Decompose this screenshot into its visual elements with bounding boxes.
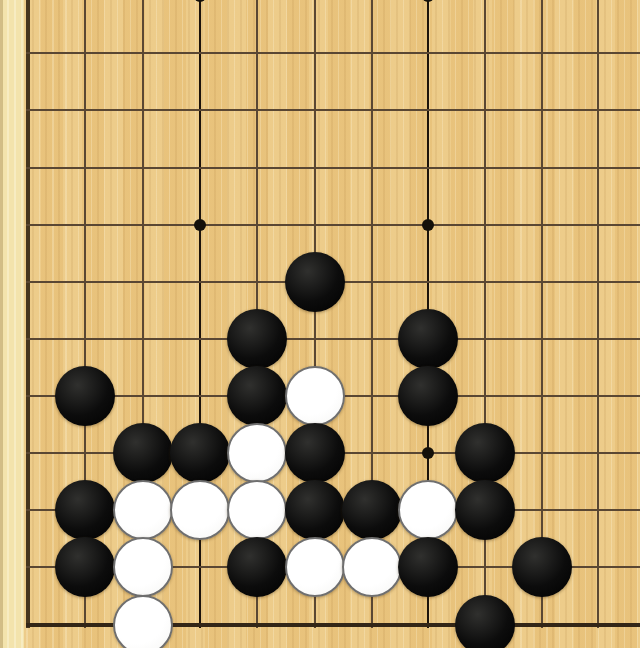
board-edge-line-left [26,0,30,628]
white-stone[interactable] [227,480,287,540]
black-stone[interactable] [398,309,458,369]
black-stone[interactable] [398,366,458,426]
grid-line-horizontal [26,167,640,169]
board-left-margin-edge [0,0,3,648]
black-stone[interactable] [55,537,115,597]
black-stone[interactable] [227,309,287,369]
black-stone[interactable] [512,537,572,597]
grid-line-horizontal [26,224,640,226]
star-point [422,447,434,459]
black-stone[interactable] [227,537,287,597]
black-stone[interactable] [455,423,515,483]
grid-line-horizontal [26,52,640,54]
black-stone[interactable] [285,423,345,483]
grid-line-horizontal [26,338,640,340]
white-stone[interactable] [113,480,173,540]
grid-line-vertical [541,0,543,628]
grid-line-vertical [597,0,599,628]
black-stone[interactable] [398,537,458,597]
screenshot [0,0,640,648]
white-stone[interactable] [285,366,345,426]
black-stone[interactable] [55,480,115,540]
go-board[interactable] [0,0,640,648]
white-stone[interactable] [170,480,230,540]
white-stone[interactable] [398,480,458,540]
black-stone[interactable] [55,366,115,426]
black-stone[interactable] [113,423,173,483]
white-stone[interactable] [342,537,402,597]
star-point [422,0,434,2]
black-stone[interactable] [455,595,515,648]
board-left-margin [0,0,24,648]
black-stone[interactable] [455,480,515,540]
black-stone[interactable] [285,480,345,540]
white-stone[interactable] [227,423,287,483]
black-stone[interactable] [285,252,345,312]
black-stone[interactable] [170,423,230,483]
black-stone[interactable] [342,480,402,540]
black-stone[interactable] [227,366,287,426]
white-stone[interactable] [113,595,173,648]
grid-line-horizontal [26,109,640,111]
star-point [422,219,434,231]
white-stone[interactable] [113,537,173,597]
star-point [194,0,206,2]
star-point [194,219,206,231]
white-stone[interactable] [285,537,345,597]
